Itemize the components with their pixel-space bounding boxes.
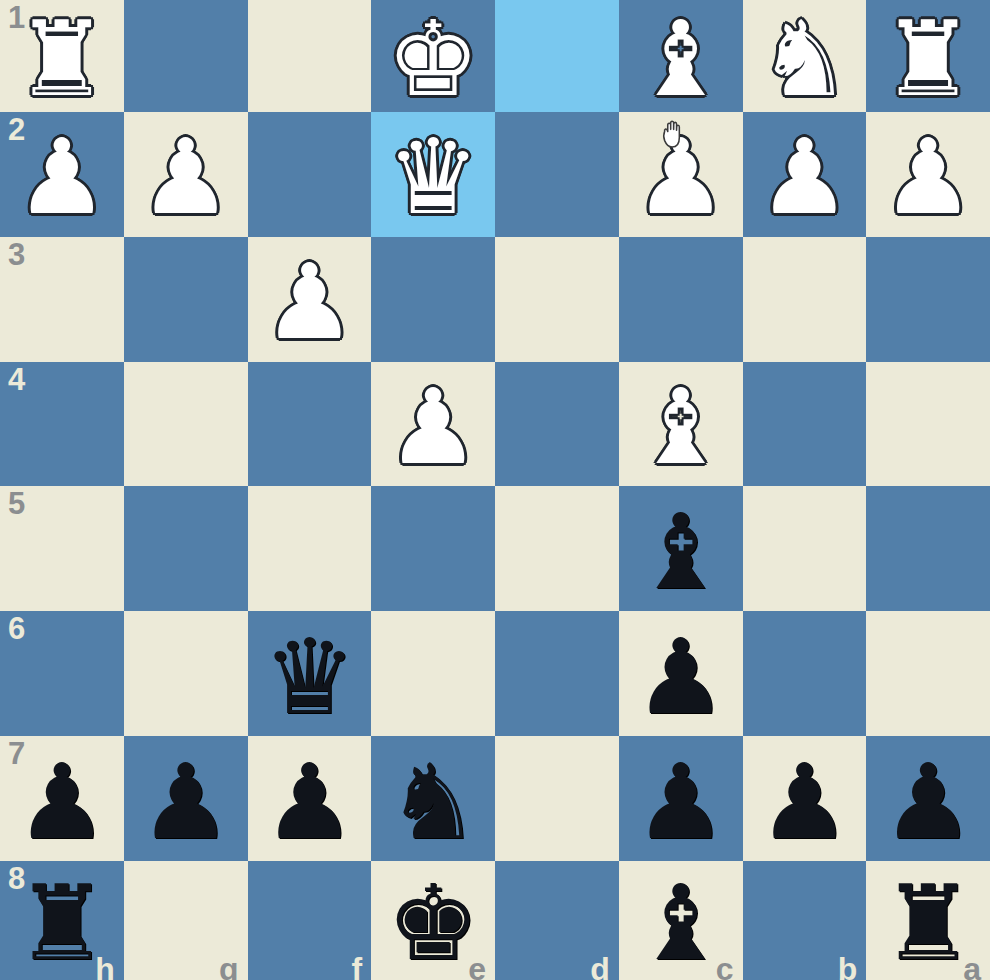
square-a4[interactable] bbox=[866, 362, 990, 487]
square-e6[interactable] bbox=[371, 611, 495, 736]
square-e8[interactable]: e♚ bbox=[371, 861, 495, 980]
square-c2[interactable]: ♟ bbox=[619, 112, 743, 237]
piece-black-pawn-b7[interactable]: ♟ bbox=[758, 750, 851, 854]
square-h2[interactable]: 2♟ bbox=[0, 112, 124, 237]
piece-black-rook-a8[interactable]: ♜ bbox=[882, 871, 975, 975]
piece-white-knight-b1[interactable]: ♞ bbox=[758, 7, 851, 111]
square-e7[interactable]: ♞ bbox=[371, 736, 495, 861]
square-g1[interactable] bbox=[124, 0, 248, 112]
square-h4[interactable]: 4 bbox=[0, 362, 124, 487]
square-d5[interactable] bbox=[495, 486, 619, 611]
rank-label-5: 5 bbox=[8, 488, 25, 519]
square-h5[interactable]: 5 bbox=[0, 486, 124, 611]
square-g8[interactable]: g bbox=[124, 861, 248, 980]
piece-white-pawn-b2[interactable]: ♟ bbox=[758, 125, 851, 229]
square-b4[interactable] bbox=[743, 362, 867, 487]
square-d8[interactable]: d bbox=[495, 861, 619, 980]
square-e4[interactable]: ♟ bbox=[371, 362, 495, 487]
square-c3[interactable] bbox=[619, 237, 743, 362]
piece-white-pawn-h2[interactable]: ♟ bbox=[15, 125, 108, 229]
square-h1[interactable]: 1♜ bbox=[0, 0, 124, 112]
piece-white-king-e1[interactable]: ♚ bbox=[387, 7, 480, 111]
square-e2[interactable]: ♛ bbox=[371, 112, 495, 237]
square-c6[interactable]: ♟ bbox=[619, 611, 743, 736]
piece-black-pawn-f7[interactable]: ♟ bbox=[263, 750, 356, 854]
piece-black-pawn-c6[interactable]: ♟ bbox=[634, 625, 727, 729]
piece-white-pawn-g2[interactable]: ♟ bbox=[139, 125, 232, 229]
rank-label-4: 4 bbox=[8, 364, 25, 395]
square-g5[interactable] bbox=[124, 486, 248, 611]
square-h8[interactable]: 8h♜ bbox=[0, 861, 124, 980]
square-b8[interactable]: b bbox=[743, 861, 867, 980]
square-d1[interactable] bbox=[495, 0, 619, 112]
square-e5[interactable] bbox=[371, 486, 495, 611]
file-label-g: g bbox=[219, 953, 239, 980]
square-g3[interactable] bbox=[124, 237, 248, 362]
square-c5[interactable]: ♝ bbox=[619, 486, 743, 611]
file-label-d: d bbox=[590, 953, 610, 980]
piece-white-bishop-c1[interactable]: ♝ bbox=[634, 7, 727, 111]
square-g6[interactable] bbox=[124, 611, 248, 736]
square-c4[interactable]: ♝ bbox=[619, 362, 743, 487]
square-a2[interactable]: ♟ bbox=[866, 112, 990, 237]
square-f5[interactable] bbox=[248, 486, 372, 611]
square-b3[interactable] bbox=[743, 237, 867, 362]
rank-label-6: 6 bbox=[8, 613, 25, 644]
square-f3[interactable]: ♟ bbox=[248, 237, 372, 362]
square-e3[interactable] bbox=[371, 237, 495, 362]
square-d2[interactable] bbox=[495, 112, 619, 237]
chess-board: 1♜♚♝♞♜2♟♟♛♟♟♟3♟4♟♝5♝6♛♟7♟♟♟♞♟♟♟8h♜gfe♚dc… bbox=[0, 0, 990, 980]
square-a8[interactable]: a♜ bbox=[866, 861, 990, 980]
square-g4[interactable] bbox=[124, 362, 248, 487]
square-h6[interactable]: 6 bbox=[0, 611, 124, 736]
piece-black-pawn-g7[interactable]: ♟ bbox=[139, 750, 232, 854]
square-b5[interactable] bbox=[743, 486, 867, 611]
square-d6[interactable] bbox=[495, 611, 619, 736]
piece-black-king-e8[interactable]: ♚ bbox=[387, 871, 480, 975]
piece-white-rook-a1[interactable]: ♜ bbox=[882, 7, 975, 111]
square-f6[interactable]: ♛ bbox=[248, 611, 372, 736]
square-c1[interactable]: ♝ bbox=[619, 0, 743, 112]
square-f4[interactable] bbox=[248, 362, 372, 487]
piece-black-bishop-c5[interactable]: ♝ bbox=[634, 500, 727, 604]
square-c7[interactable]: ♟ bbox=[619, 736, 743, 861]
piece-black-pawn-a7[interactable]: ♟ bbox=[882, 750, 975, 854]
piece-white-queen-e2[interactable]: ♛ bbox=[387, 125, 480, 229]
piece-white-rook-h1[interactable]: ♜ bbox=[15, 7, 108, 111]
square-b6[interactable] bbox=[743, 611, 867, 736]
square-h7[interactable]: 7♟ bbox=[0, 736, 124, 861]
square-d7[interactable] bbox=[495, 736, 619, 861]
square-d4[interactable] bbox=[495, 362, 619, 487]
file-label-b: b bbox=[838, 953, 858, 980]
file-label-f: f bbox=[352, 953, 363, 980]
square-f2[interactable] bbox=[248, 112, 372, 237]
square-f8[interactable]: f bbox=[248, 861, 372, 980]
rank-label-3: 3 bbox=[8, 239, 25, 270]
piece-white-bishop-c4[interactable]: ♝ bbox=[634, 375, 727, 479]
square-a6[interactable] bbox=[866, 611, 990, 736]
square-e1[interactable]: ♚ bbox=[371, 0, 495, 112]
square-a1[interactable]: ♜ bbox=[866, 0, 990, 112]
square-b1[interactable]: ♞ bbox=[743, 0, 867, 112]
piece-black-knight-e7[interactable]: ♞ bbox=[387, 750, 480, 854]
square-c8[interactable]: c♝ bbox=[619, 861, 743, 980]
square-f7[interactable]: ♟ bbox=[248, 736, 372, 861]
piece-white-pawn-a2[interactable]: ♟ bbox=[882, 125, 975, 229]
square-b2[interactable]: ♟ bbox=[743, 112, 867, 237]
piece-black-bishop-c8[interactable]: ♝ bbox=[634, 871, 727, 975]
square-a3[interactable] bbox=[866, 237, 990, 362]
piece-white-pawn-c2[interactable]: ♟ bbox=[634, 125, 727, 229]
piece-white-pawn-f3[interactable]: ♟ bbox=[263, 250, 356, 354]
square-a7[interactable]: ♟ bbox=[866, 736, 990, 861]
square-g2[interactable]: ♟ bbox=[124, 112, 248, 237]
square-d3[interactable] bbox=[495, 237, 619, 362]
square-b7[interactable]: ♟ bbox=[743, 736, 867, 861]
square-a5[interactable] bbox=[866, 486, 990, 611]
piece-black-pawn-h7[interactable]: ♟ bbox=[15, 750, 108, 854]
piece-white-pawn-e4[interactable]: ♟ bbox=[387, 375, 480, 479]
square-f1[interactable] bbox=[248, 0, 372, 112]
square-g7[interactable]: ♟ bbox=[124, 736, 248, 861]
piece-black-rook-h8[interactable]: ♜ bbox=[15, 871, 108, 975]
piece-black-pawn-c7[interactable]: ♟ bbox=[634, 750, 727, 854]
square-h3[interactable]: 3 bbox=[0, 237, 124, 362]
piece-black-queen-f6[interactable]: ♛ bbox=[263, 625, 356, 729]
